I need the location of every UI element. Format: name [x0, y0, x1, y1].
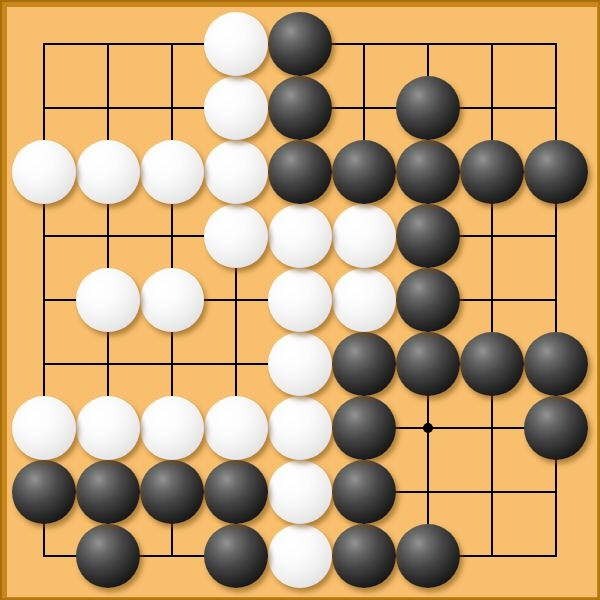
- black-stone[interactable]: ●: [140, 460, 204, 524]
- point-c1-r8[interactable]: ●: [12, 460, 76, 524]
- point-c7-r1[interactable]: [396, 12, 460, 76]
- black-stone[interactable]: ●: [332, 524, 396, 588]
- point-c1-r7[interactable]: ○: [12, 396, 76, 460]
- point-c9-r6[interactable]: ●: [524, 332, 588, 396]
- point-c9-r7[interactable]: ●: [524, 396, 588, 460]
- stone-face: [268, 76, 332, 140]
- point-c8-r7[interactable]: [460, 396, 524, 460]
- point-c8-r4[interactable]: [460, 204, 524, 268]
- stone-face: [396, 332, 460, 396]
- point-c8-r5[interactable]: [460, 268, 524, 332]
- point-c6-r9[interactable]: ●: [332, 524, 396, 588]
- point-c9-r5[interactable]: [524, 268, 588, 332]
- point-c6-r1[interactable]: [332, 12, 396, 76]
- point-c5-r2[interactable]: ●: [268, 76, 332, 140]
- point-c3-r3[interactable]: ○: [140, 140, 204, 204]
- stone-face: [204, 140, 268, 204]
- stone-face: [332, 268, 396, 332]
- stone-face: [204, 12, 268, 76]
- point-c4-r4[interactable]: ○: [204, 204, 268, 268]
- stone-face: [268, 332, 332, 396]
- stone-face: [76, 396, 140, 460]
- stone-face: [268, 396, 332, 460]
- white-stone[interactable]: ○: [12, 396, 76, 460]
- stone-face: [204, 76, 268, 140]
- stone-face: [268, 140, 332, 204]
- point-c1-r2[interactable]: [12, 76, 76, 140]
- black-stone[interactable]: ●: [204, 524, 268, 588]
- point-c2-r6[interactable]: [76, 332, 140, 396]
- point-c1-r6[interactable]: [12, 332, 76, 396]
- stone-face: [76, 460, 140, 524]
- black-stone[interactable]: ●: [396, 204, 460, 268]
- black-stone[interactable]: ●: [396, 140, 460, 204]
- black-stone[interactable]: ●: [12, 460, 76, 524]
- white-stone[interactable]: ○: [204, 140, 268, 204]
- point-c1-r3[interactable]: ○: [12, 140, 76, 204]
- point-c1-r9[interactable]: [12, 524, 76, 588]
- point-c4-r5[interactable]: [204, 268, 268, 332]
- black-stone[interactable]: ●: [524, 332, 588, 396]
- black-stone[interactable]: ●: [332, 332, 396, 396]
- stone-face: [396, 204, 460, 268]
- stone-face: [140, 396, 204, 460]
- point-c3-r7[interactable]: ○: [140, 396, 204, 460]
- point-c1-r5[interactable]: [12, 268, 76, 332]
- point-c2-r4[interactable]: [76, 204, 140, 268]
- white-stone[interactable]: ○: [332, 204, 396, 268]
- stone-face: [204, 524, 268, 588]
- black-stone[interactable]: ●: [396, 332, 460, 396]
- stone-face: [12, 396, 76, 460]
- stone-face: [524, 332, 588, 396]
- stone-face: [140, 268, 204, 332]
- stone-face: [332, 332, 396, 396]
- point-c7-r7[interactable]: [396, 396, 460, 460]
- point-c4-r2[interactable]: ○: [204, 76, 268, 140]
- black-stone[interactable]: ●: [76, 524, 140, 588]
- point-c6-r5[interactable]: ○: [332, 268, 396, 332]
- black-stone[interactable]: ●: [268, 76, 332, 140]
- black-stone[interactable]: ●: [524, 396, 588, 460]
- board-frame: ●●○●●●○●●●●●●○○○○○●●●●○●○○○○●○○○●●●●●○○○…: [0, 0, 600, 600]
- point-c6-r2[interactable]: [332, 76, 396, 140]
- point-c5-r1[interactable]: ●: [268, 12, 332, 76]
- point-c5-r3[interactable]: ●: [268, 140, 332, 204]
- stone-face: [332, 396, 396, 460]
- point-c3-r4[interactable]: [140, 204, 204, 268]
- black-stone[interactable]: ●: [332, 396, 396, 460]
- black-stone[interactable]: ●: [332, 460, 396, 524]
- white-stone[interactable]: ○: [204, 76, 268, 140]
- white-stone[interactable]: ○: [268, 204, 332, 268]
- point-c2-r9[interactable]: ●: [76, 524, 140, 588]
- point-c8-r3[interactable]: ●: [460, 140, 524, 204]
- white-stone[interactable]: ○: [268, 268, 332, 332]
- point-c1-r1[interactable]: [12, 12, 76, 76]
- black-stone[interactable]: ●: [268, 12, 332, 76]
- point-c7-r8[interactable]: [396, 460, 460, 524]
- point-c3-r8[interactable]: ●: [140, 460, 204, 524]
- point-c8-r2[interactable]: [460, 76, 524, 140]
- point-c8-r1[interactable]: [460, 12, 524, 76]
- point-c5-r4[interactable]: ○: [268, 204, 332, 268]
- stone-face: [332, 204, 396, 268]
- stone-face: [396, 268, 460, 332]
- black-stone[interactable]: ●: [396, 524, 460, 588]
- point-c9-r8[interactable]: [524, 460, 588, 524]
- stone-face: [524, 140, 588, 204]
- point-c8-r9[interactable]: [460, 524, 524, 588]
- point-c9-r4[interactable]: [524, 204, 588, 268]
- point-c3-r9[interactable]: [140, 524, 204, 588]
- point-c5-r5[interactable]: ○: [268, 268, 332, 332]
- black-stone[interactable]: ●: [332, 140, 396, 204]
- stone-face: [12, 140, 76, 204]
- point-c4-r8[interactable]: ●: [204, 460, 268, 524]
- point-c7-r4[interactable]: ●: [396, 204, 460, 268]
- black-stone[interactable]: ●: [204, 460, 268, 524]
- stone-face: [204, 460, 268, 524]
- point-c3-r1[interactable]: [140, 12, 204, 76]
- white-stone[interactable]: ○: [268, 524, 332, 588]
- black-stone[interactable]: ●: [396, 268, 460, 332]
- black-stone[interactable]: ●: [524, 140, 588, 204]
- stone-face: [204, 396, 268, 460]
- white-stone[interactable]: ○: [204, 396, 268, 460]
- stone-face: [396, 140, 460, 204]
- point-c4-r7[interactable]: ○: [204, 396, 268, 460]
- white-stone[interactable]: ○: [12, 140, 76, 204]
- white-stone[interactable]: ○: [140, 396, 204, 460]
- point-c2-r8[interactable]: ●: [76, 460, 140, 524]
- white-stone[interactable]: ○: [76, 396, 140, 460]
- point-c3-r6[interactable]: [140, 332, 204, 396]
- point-c1-r4[interactable]: [12, 204, 76, 268]
- point-c7-r3[interactable]: ●: [396, 140, 460, 204]
- point-c8-r8[interactable]: [460, 460, 524, 524]
- point-c3-r2[interactable]: [140, 76, 204, 140]
- white-stone[interactable]: ○: [140, 268, 204, 332]
- stone-face: [524, 396, 588, 460]
- point-c6-r6[interactable]: ●: [332, 332, 396, 396]
- point-c5-r6[interactable]: ○: [268, 332, 332, 396]
- point-c7-r9[interactable]: ●: [396, 524, 460, 588]
- stone-face: [332, 460, 396, 524]
- go-board[interactable]: ●●○●●●○●●●●●●○○○○○●●●●○●○○○○●○○○●●●●●○○○…: [7, 7, 597, 597]
- point-c5-r9[interactable]: ○: [268, 524, 332, 588]
- point-c6-r8[interactable]: ●: [332, 460, 396, 524]
- stone-face: [268, 12, 332, 76]
- white-stone[interactable]: ○: [268, 460, 332, 524]
- stone-face: [460, 332, 524, 396]
- white-stone[interactable]: ○: [268, 332, 332, 396]
- point-c9-r9[interactable]: [524, 524, 588, 588]
- stone-face: [268, 204, 332, 268]
- stone-face: [268, 268, 332, 332]
- point-c9-r2[interactable]: [524, 76, 588, 140]
- black-stone[interactable]: ●: [268, 140, 332, 204]
- point-c2-r5[interactable]: ○: [76, 268, 140, 332]
- point-c9-r3[interactable]: ●: [524, 140, 588, 204]
- stone-face: [268, 460, 332, 524]
- black-stone[interactable]: ●: [460, 332, 524, 396]
- white-stone[interactable]: ○: [268, 396, 332, 460]
- point-c4-r6[interactable]: [204, 332, 268, 396]
- stone-face: [76, 524, 140, 588]
- point-c7-r6[interactable]: ●: [396, 332, 460, 396]
- point-c2-r2[interactable]: [76, 76, 140, 140]
- white-stone[interactable]: ○: [140, 140, 204, 204]
- point-c2-r3[interactable]: ○: [76, 140, 140, 204]
- stone-face: [460, 140, 524, 204]
- stone-face: [140, 140, 204, 204]
- white-stone[interactable]: ○: [76, 268, 140, 332]
- point-c4-r3[interactable]: ○: [204, 140, 268, 204]
- point-c4-r1[interactable]: ○: [204, 12, 268, 76]
- point-c7-r2[interactable]: ●: [396, 76, 460, 140]
- white-stone[interactable]: ○: [204, 204, 268, 268]
- black-stone[interactable]: ●: [76, 460, 140, 524]
- point-c4-r9[interactable]: ●: [204, 524, 268, 588]
- stone-face: [76, 268, 140, 332]
- point-c5-r7[interactable]: ○: [268, 396, 332, 460]
- stone-face: [76, 140, 140, 204]
- stone-face: [332, 524, 396, 588]
- white-stone[interactable]: ○: [332, 268, 396, 332]
- point-c6-r7[interactable]: ●: [332, 396, 396, 460]
- point-c2-r7[interactable]: ○: [76, 396, 140, 460]
- white-stone[interactable]: ○: [204, 12, 268, 76]
- point-c2-r1[interactable]: [76, 12, 140, 76]
- stone-face: [332, 140, 396, 204]
- black-stone[interactable]: ●: [460, 140, 524, 204]
- point-c3-r5[interactable]: ○: [140, 268, 204, 332]
- stone-face: [396, 524, 460, 588]
- stone-face: [268, 524, 332, 588]
- point-c6-r4[interactable]: ○: [332, 204, 396, 268]
- stone-face: [140, 460, 204, 524]
- point-c7-r5[interactable]: ●: [396, 268, 460, 332]
- black-stone[interactable]: ●: [396, 76, 460, 140]
- stone-face: [396, 76, 460, 140]
- stone-face: [204, 204, 268, 268]
- point-c8-r6[interactable]: ●: [460, 332, 524, 396]
- stone-face: [12, 460, 76, 524]
- white-stone[interactable]: ○: [76, 140, 140, 204]
- point-c9-r1[interactable]: [524, 12, 588, 76]
- point-c5-r8[interactable]: ○: [268, 460, 332, 524]
- point-c6-r3[interactable]: ●: [332, 140, 396, 204]
